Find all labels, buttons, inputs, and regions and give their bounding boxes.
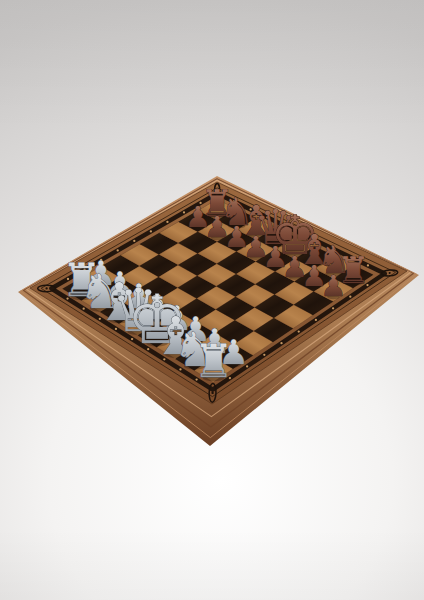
svg-text:♟: ♟ <box>321 269 347 303</box>
studio-background: ♜♞♟♝♟♛♟♚♟♝♟♞♟♜♟♟♟♟♜♟♞♟♝♟♛♟♚♟♝♟♞♜ <box>0 0 424 600</box>
white-rook-h1: ♜ <box>193 335 234 388</box>
svg-text:♜: ♜ <box>193 335 234 388</box>
chess-board: ♜♞♟♝♟♛♟♚♟♝♟♞♟♜♟♟♟♟♜♟♞♟♝♟♛♟♚♟♝♟♞♜ <box>0 0 424 600</box>
black-pawn-h7: ♟ <box>321 269 347 303</box>
